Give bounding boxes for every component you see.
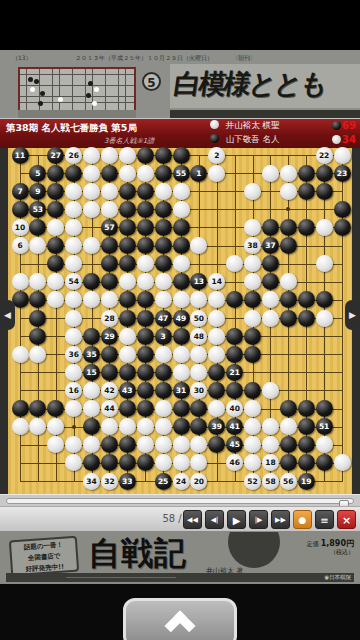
newspaper-edition: 〈朝刊〉 — [232, 54, 256, 63]
black-stone — [316, 291, 333, 308]
white-stone — [83, 147, 100, 164]
black-stone — [101, 346, 118, 363]
black-stone — [226, 382, 243, 399]
white-stone — [262, 310, 279, 327]
black-stone — [155, 237, 172, 254]
black-stone — [137, 291, 154, 308]
newspaper-caption-strip — [18, 110, 136, 118]
white-stone — [155, 400, 172, 417]
white-stone — [190, 454, 207, 471]
app-screen: （13） ２０１３年（平成２５年）１０月２９日（火曜日） 〈朝刊〉 5 白模様と… — [0, 0, 360, 640]
white-stone — [244, 454, 261, 471]
white-stone — [101, 201, 118, 218]
black-stone: 11 — [12, 147, 29, 164]
black-stone: 39 — [208, 418, 225, 435]
white-stone — [101, 291, 118, 308]
black-stone — [208, 364, 225, 381]
button-row: ◀◀ ◀| ▶ |▶ ▶▶ ● ≡ × — [183, 510, 356, 529]
publisher-label: ◉日本棋院 — [324, 573, 351, 582]
black-stone — [173, 400, 190, 417]
white-stone — [83, 201, 100, 218]
ad-starburst: 話題の一冊！ 全国書店で 好評発売中!! — [9, 536, 79, 577]
move-number: 30 — [190, 382, 207, 399]
step-back-button[interactable]: ◀| — [205, 510, 224, 529]
move-number: 44 — [101, 400, 118, 417]
newspaper-dateline: （13） ２０１３年（平成２５年）１０月２９日（火曜日） 〈朝刊〉 — [0, 54, 360, 64]
white-stone — [65, 436, 82, 453]
stone-tool-button[interactable]: ● — [293, 510, 312, 529]
black-stone — [137, 346, 154, 363]
move-number: 13 — [190, 273, 207, 290]
step-forward-button[interactable]: |▶ — [249, 510, 268, 529]
white-stone — [190, 436, 207, 453]
black-stone: 29 — [101, 328, 118, 345]
black-stone: 41 — [226, 418, 243, 435]
black-stone — [190, 418, 207, 435]
move-number: 50 — [190, 310, 207, 327]
black-stone — [298, 291, 315, 308]
move-number: 46 — [226, 454, 243, 471]
newspaper-background-top: （13） ２０１３年（平成２５年）１０月２９日（火曜日） 〈朝刊〉 5 白模様と… — [0, 50, 360, 118]
black-stone — [173, 147, 190, 164]
black-stone — [334, 219, 351, 236]
status-bar — [0, 0, 360, 50]
white-stone: 14 — [208, 273, 225, 290]
player-name-white: 井山裕太 棋聖 — [226, 120, 280, 130]
white-stone: 32 — [101, 473, 118, 490]
black-stone — [137, 237, 154, 254]
move-number: 41 — [226, 418, 243, 435]
black-stone — [119, 255, 136, 272]
black-stone — [137, 310, 154, 327]
game-info-header: 第38期 名人戦七番勝負 第5局 3番名人戦⑤1譜 井山裕太 棋聖 69 山下敬… — [0, 118, 360, 148]
white-stone — [29, 418, 46, 435]
black-stone: 43 — [119, 382, 136, 399]
white-stone — [155, 273, 172, 290]
black-stone: 49 — [173, 310, 190, 327]
white-stone — [316, 310, 333, 327]
diagram-number-badge: 5 — [142, 72, 161, 91]
move-number: 22 — [316, 147, 333, 164]
move-number: 52 — [244, 473, 261, 490]
black-stone — [226, 346, 243, 363]
black-stone — [119, 201, 136, 218]
move-number: 33 — [119, 473, 136, 490]
white-stone — [262, 165, 279, 182]
move-number: 36 — [65, 346, 82, 363]
white-stone — [65, 310, 82, 327]
white-stone — [47, 418, 64, 435]
white-stone — [226, 255, 243, 272]
move-number: 34 — [83, 473, 100, 490]
white-stone — [101, 183, 118, 200]
black-stone — [298, 310, 315, 327]
white-stone — [190, 291, 207, 308]
black-stone — [119, 364, 136, 381]
black-stone: 35 — [83, 346, 100, 363]
white-stone — [208, 346, 225, 363]
next-diagram-arrow[interactable]: ▶ — [345, 300, 360, 330]
black-stone — [137, 328, 154, 345]
white-stone — [316, 255, 333, 272]
white-stone: 18 — [262, 454, 279, 471]
white-stone — [316, 436, 333, 453]
seek-track[interactable] — [6, 498, 354, 504]
white-stone — [244, 219, 261, 236]
hoshi-point — [286, 207, 290, 211]
black-stone: 47 — [155, 310, 172, 327]
move-number: 19 — [298, 473, 315, 490]
white-stone — [65, 291, 82, 308]
ad-price-box: 定価 1,890円 （税込） — [292, 540, 354, 556]
white-stone: 10 — [12, 219, 29, 236]
black-stone: 45 — [226, 436, 243, 453]
white-stone: 56 — [280, 473, 297, 490]
black-stone — [119, 310, 136, 327]
move-number: 47 — [155, 310, 172, 327]
white-stone — [190, 364, 207, 381]
white-stone — [12, 346, 29, 363]
mini-diagram-stones — [28, 77, 33, 82]
black-stone — [298, 400, 315, 417]
white-stone: 30 — [190, 382, 207, 399]
white-stone — [155, 436, 172, 453]
ad-book-title: 自戦記 — [88, 532, 187, 576]
black-stone — [119, 219, 136, 236]
white-stone — [83, 165, 100, 182]
black-stone — [155, 364, 172, 381]
move-number: 39 — [208, 418, 225, 435]
white-stone — [47, 436, 64, 453]
white-stone — [65, 328, 82, 345]
black-stone — [119, 436, 136, 453]
black-stone — [83, 418, 100, 435]
black-stone — [29, 310, 46, 327]
black-stone — [298, 418, 315, 435]
white-stone: 54 — [65, 273, 82, 290]
black-stone — [244, 291, 261, 308]
white-stone — [65, 454, 82, 471]
white-stone — [173, 201, 190, 218]
prev-diagram-arrow[interactable]: ◀ — [0, 300, 15, 330]
white-stone — [262, 291, 279, 308]
chevron-up-icon — [164, 610, 195, 640]
white-stone — [83, 382, 100, 399]
black-stone — [226, 328, 243, 345]
white-stone: 34 — [83, 473, 100, 490]
black-stone — [137, 364, 154, 381]
hoshi-point — [72, 425, 76, 429]
black-stone: 53 — [29, 201, 46, 218]
white-stone — [29, 346, 46, 363]
play-button[interactable]: ▶ — [227, 510, 246, 529]
move-number: 9 — [29, 183, 46, 200]
black-stone-mini-icon — [332, 121, 341, 130]
move-number: 25 — [155, 473, 172, 490]
black-stone — [173, 219, 190, 236]
white-stone — [137, 165, 154, 182]
white-stone — [208, 400, 225, 417]
move-number: 18 — [262, 454, 279, 471]
white-stone — [83, 183, 100, 200]
black-stone — [173, 328, 190, 345]
move-number: 56 — [280, 473, 297, 490]
black-stone — [119, 237, 136, 254]
black-stone: 23 — [334, 165, 351, 182]
white-stone — [244, 400, 261, 417]
white-stone: 2 — [208, 147, 225, 164]
black-stone — [101, 364, 118, 381]
white-stone — [137, 418, 154, 435]
move-number: 3 — [155, 328, 172, 345]
white-stone — [119, 273, 136, 290]
white-stone — [65, 237, 82, 254]
black-stone — [101, 255, 118, 272]
white-stone — [119, 165, 136, 182]
capture-count-white: 69 — [332, 120, 356, 131]
move-number: 5 — [29, 165, 46, 182]
white-stone — [262, 382, 279, 399]
black-stone — [262, 255, 279, 272]
white-stone — [119, 418, 136, 435]
white-stone — [65, 364, 82, 381]
black-stone — [119, 291, 136, 308]
close-button[interactable]: × — [337, 510, 356, 529]
black-stone — [155, 382, 172, 399]
capture-count-black: 34 — [332, 134, 356, 145]
move-number: 40 — [226, 400, 243, 417]
black-stone — [316, 165, 333, 182]
ad-footer-strip: ―――――――――――――――――――― ◉日本棋院 — [6, 573, 354, 582]
black-stone — [244, 328, 261, 345]
black-stone: 1 — [190, 165, 207, 182]
black-stone — [119, 454, 136, 471]
white-stone — [65, 255, 82, 272]
black-stone — [316, 454, 333, 471]
white-stone: 24 — [173, 473, 190, 490]
white-stone — [119, 147, 136, 164]
white-stone-icon — [210, 120, 219, 129]
black-stone-icon — [210, 134, 219, 143]
black-stone — [155, 201, 172, 218]
white-stone — [208, 291, 225, 308]
white-stone — [47, 291, 64, 308]
black-stone: 37 — [262, 237, 279, 254]
black-stone — [298, 219, 315, 236]
black-stone: 27 — [47, 147, 64, 164]
move-number: 26 — [65, 147, 82, 164]
white-stone — [12, 418, 29, 435]
black-stone — [47, 400, 64, 417]
white-stone: 16 — [65, 382, 82, 399]
black-stone — [280, 454, 297, 471]
white-stone — [47, 219, 64, 236]
black-stone — [173, 273, 190, 290]
move-number: 55 — [173, 165, 190, 182]
move-number: 45 — [226, 436, 243, 453]
white-stone — [262, 418, 279, 435]
move-number: 38 — [244, 237, 261, 254]
black-stone — [334, 201, 351, 218]
black-stone: 51 — [316, 418, 333, 435]
white-stone — [65, 201, 82, 218]
white-stone: 22 — [316, 147, 333, 164]
white-stone — [47, 273, 64, 290]
white-stone — [334, 147, 351, 164]
move-number: 2 — [208, 147, 225, 164]
black-stone — [47, 255, 64, 272]
white-stone — [101, 418, 118, 435]
skip-first-button[interactable]: ◀◀ — [183, 510, 202, 529]
black-stone: 33 — [119, 473, 136, 490]
white-stone: 52 — [244, 473, 261, 490]
move-number: 1 — [190, 165, 207, 182]
black-stone: 7 — [12, 183, 29, 200]
white-stone — [101, 147, 118, 164]
white-stone — [280, 183, 297, 200]
white-stone — [65, 400, 82, 417]
black-stone — [280, 310, 297, 327]
black-stone — [47, 201, 64, 218]
black-stone — [155, 147, 172, 164]
black-stone — [280, 219, 297, 236]
move-number: 35 — [83, 346, 100, 363]
move-number: 16 — [65, 382, 82, 399]
playback-controls: 58 / 58 ◀◀ ◀| ▶ |▶ ▶▶ ● ≡ × — [0, 506, 360, 532]
kifu-list-button[interactable]: ≡ — [315, 510, 334, 529]
black-stone — [208, 436, 225, 453]
goban[interactable]: 1127262225551237953105763837541314284749… — [8, 148, 352, 494]
white-stone: 40 — [226, 400, 243, 417]
move-number: 31 — [173, 382, 190, 399]
black-stone: 9 — [29, 183, 46, 200]
seek-bar[interactable] — [0, 494, 360, 506]
move-number: 29 — [101, 328, 118, 345]
black-stone — [280, 400, 297, 417]
black-stone — [280, 291, 297, 308]
black-stone: 31 — [173, 382, 190, 399]
move-number: 27 — [47, 147, 64, 164]
player-row-black: 山下敬吾 名人 34 — [210, 134, 358, 148]
move-number: 37 — [262, 237, 279, 254]
move-number: 58 — [262, 473, 279, 490]
black-stone — [83, 454, 100, 471]
white-stone — [208, 328, 225, 345]
white-stone — [137, 273, 154, 290]
move-number: 15 — [83, 364, 100, 381]
black-stone — [280, 436, 297, 453]
black-stone — [101, 237, 118, 254]
black-stone — [316, 183, 333, 200]
skip-last-button[interactable]: ▶▶ — [271, 510, 290, 529]
white-stone — [244, 418, 261, 435]
black-stone — [101, 165, 118, 182]
white-stone: 42 — [101, 382, 118, 399]
white-stone — [65, 219, 82, 236]
white-stone — [119, 328, 136, 345]
white-stone-mini-icon — [332, 135, 341, 144]
white-stone: 48 — [190, 328, 207, 345]
black-stone — [244, 346, 261, 363]
move-number: 24 — [173, 473, 190, 490]
move-number: 51 — [316, 418, 333, 435]
white-stone — [173, 255, 190, 272]
white-stone: 50 — [190, 310, 207, 327]
black-stone: 15 — [83, 364, 100, 381]
black-stone — [29, 400, 46, 417]
white-stone: 6 — [12, 237, 29, 254]
newspaper-date: ２０１３年（平成２５年）１０月２９日（火曜日） — [75, 54, 213, 63]
player-name-black: 山下敬吾 名人 — [226, 134, 280, 144]
black-stone — [47, 237, 64, 254]
white-stone — [137, 436, 154, 453]
black-stone — [65, 165, 82, 182]
white-stone — [208, 165, 225, 182]
white-stone — [190, 237, 207, 254]
black-stone — [137, 201, 154, 218]
white-stone — [29, 273, 46, 290]
black-stone — [83, 328, 100, 345]
white-stone — [12, 273, 29, 290]
black-stone — [298, 454, 315, 471]
black-stone — [137, 400, 154, 417]
white-stone — [155, 454, 172, 471]
move-number: 28 — [101, 310, 118, 327]
black-stone — [173, 418, 190, 435]
move-number: 11 — [12, 147, 29, 164]
player-row-white: 井山裕太 棋聖 69 — [210, 120, 358, 134]
black-stone — [119, 400, 136, 417]
white-stone — [83, 400, 100, 417]
white-stone — [119, 346, 136, 363]
white-stone — [244, 273, 261, 290]
white-stone: 38 — [244, 237, 261, 254]
black-stone — [137, 147, 154, 164]
match-title: 第38期 名人戦七番勝負 第5局 — [6, 122, 137, 135]
white-stone — [29, 237, 46, 254]
pull-up-tab[interactable] — [123, 598, 237, 640]
black-stone: 5 — [29, 165, 46, 182]
black-stone — [101, 454, 118, 471]
black-stone — [137, 382, 154, 399]
black-stone — [155, 165, 172, 182]
white-stone — [316, 219, 333, 236]
ad-round-badge — [228, 532, 280, 568]
move-number: 49 — [173, 310, 190, 327]
white-stone: 44 — [101, 400, 118, 417]
move-number: 48 — [190, 328, 207, 345]
white-stone — [280, 165, 297, 182]
black-stone — [298, 183, 315, 200]
black-stone: 13 — [190, 273, 207, 290]
white-stone — [83, 237, 100, 254]
black-stone: 21 — [226, 364, 243, 381]
white-stone — [244, 310, 261, 327]
move-number: 43 — [119, 382, 136, 399]
move-number: 14 — [208, 273, 225, 290]
white-stone — [190, 346, 207, 363]
white-stone — [334, 454, 351, 471]
white-stone — [244, 436, 261, 453]
black-stone — [280, 237, 297, 254]
white-stone — [280, 418, 297, 435]
white-stone: 20 — [190, 473, 207, 490]
white-stone — [173, 183, 190, 200]
black-stone — [101, 436, 118, 453]
black-stone — [226, 291, 243, 308]
black-stone: 3 — [155, 328, 172, 345]
black-stone — [29, 291, 46, 308]
